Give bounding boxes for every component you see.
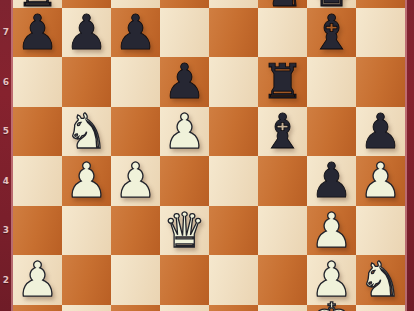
square-a3[interactable]: [13, 206, 62, 256]
piece-white-pawn-c4[interactable]: ♟: [114, 156, 157, 205]
square-a1[interactable]: [13, 305, 62, 311]
square-c3[interactable]: [111, 206, 160, 256]
square-c4[interactable]: ♟: [111, 156, 160, 206]
rank-label-7: 7: [0, 27, 12, 37]
square-f1[interactable]: [258, 305, 307, 311]
square-g6[interactable]: [307, 57, 356, 107]
piece-white-pawn-h4[interactable]: ♟: [359, 156, 402, 205]
square-b7[interactable]: ♟: [62, 8, 111, 58]
square-b5[interactable]: ♞: [62, 107, 111, 157]
rank-label-6: 6: [0, 77, 12, 87]
rank-label-2: 2: [0, 275, 12, 285]
piece-white-queen-d3[interactable]: ♛: [163, 206, 206, 255]
square-a2[interactable]: ♟: [13, 255, 62, 305]
square-f6[interactable]: ♜: [258, 57, 307, 107]
square-e7[interactable]: [209, 8, 258, 58]
square-f3[interactable]: [258, 206, 307, 256]
square-f8[interactable]: ♞: [258, 0, 307, 8]
square-e4[interactable]: [209, 156, 258, 206]
board-frame-right: [405, 0, 414, 311]
square-a7[interactable]: ♟: [13, 8, 62, 58]
square-d1[interactable]: [160, 305, 209, 311]
square-a6[interactable]: [13, 57, 62, 107]
square-c5[interactable]: [111, 107, 160, 157]
square-h8[interactable]: [356, 0, 405, 8]
piece-white-pawn-a2[interactable]: ♟: [16, 255, 59, 304]
square-a5[interactable]: [13, 107, 62, 157]
square-c6[interactable]: [111, 57, 160, 107]
square-f2[interactable]: [258, 255, 307, 305]
square-b3[interactable]: [62, 206, 111, 256]
square-d7[interactable]: [160, 8, 209, 58]
board-clip-area: ♜♞♚♟♟♟♝♟♜♞♟♝♟♟♟♟♟♛♟♟♟♞♚: [13, 0, 405, 311]
square-g1[interactable]: ♚: [307, 305, 356, 311]
square-d6[interactable]: ♟: [160, 57, 209, 107]
square-e3[interactable]: [209, 206, 258, 256]
piece-white-king-g1[interactable]: ♚: [310, 296, 353, 311]
piece-white-knight-b5[interactable]: ♞: [65, 107, 108, 156]
square-d2[interactable]: [160, 255, 209, 305]
square-b4[interactable]: ♟: [62, 156, 111, 206]
board-frame-left: [0, 0, 13, 311]
square-f7[interactable]: [258, 8, 307, 58]
square-e2[interactable]: [209, 255, 258, 305]
piece-black-pawn-c7[interactable]: ♟: [114, 8, 157, 57]
square-h2[interactable]: ♞: [356, 255, 405, 305]
square-f5[interactable]: ♝: [258, 107, 307, 157]
square-e5[interactable]: [209, 107, 258, 157]
square-d5[interactable]: ♟: [160, 107, 209, 157]
square-d8[interactable]: [160, 0, 209, 8]
piece-black-bishop-f5[interactable]: ♝: [261, 107, 304, 156]
square-g5[interactable]: [307, 107, 356, 157]
square-h1[interactable]: [356, 305, 405, 311]
square-h5[interactable]: ♟: [356, 107, 405, 157]
square-a4[interactable]: [13, 156, 62, 206]
rank-label-5: 5: [0, 126, 12, 136]
rank-label-4: 4: [0, 176, 12, 186]
square-b2[interactable]: [62, 255, 111, 305]
square-h4[interactable]: ♟: [356, 156, 405, 206]
piece-black-pawn-g4[interactable]: ♟: [310, 156, 353, 205]
piece-black-rook-f6[interactable]: ♜: [261, 57, 304, 106]
square-c2[interactable]: [111, 255, 160, 305]
chess-board-window: ♜♞♚♟♟♟♝♟♜♞♟♝♟♟♟♟♟♛♟♟♟♞♚ 765432: [0, 0, 414, 311]
piece-white-pawn-d5[interactable]: ♟: [163, 107, 206, 156]
piece-black-pawn-a7[interactable]: ♟: [16, 8, 59, 57]
square-e8[interactable]: [209, 0, 258, 8]
piece-white-pawn-g3[interactable]: ♟: [310, 206, 353, 255]
square-h3[interactable]: [356, 206, 405, 256]
square-b6[interactable]: [62, 57, 111, 107]
square-e6[interactable]: [209, 57, 258, 107]
square-f4[interactable]: [258, 156, 307, 206]
rank-label-3: 3: [0, 225, 12, 235]
square-h7[interactable]: [356, 8, 405, 58]
piece-black-pawn-d6[interactable]: ♟: [163, 57, 206, 106]
piece-black-bishop-g7[interactable]: ♝: [310, 8, 353, 57]
square-c1[interactable]: [111, 305, 160, 311]
piece-black-pawn-h5[interactable]: ♟: [359, 107, 402, 156]
square-c7[interactable]: ♟: [111, 8, 160, 58]
piece-white-knight-h2[interactable]: ♞: [359, 255, 402, 304]
piece-white-pawn-b4[interactable]: ♟: [65, 156, 108, 205]
square-d4[interactable]: [160, 156, 209, 206]
square-g7[interactable]: ♝: [307, 8, 356, 58]
square-g3[interactable]: ♟: [307, 206, 356, 256]
chess-board: ♜♞♚♟♟♟♝♟♜♞♟♝♟♟♟♟♟♛♟♟♟♞♚: [13, 0, 405, 311]
square-e1[interactable]: [209, 305, 258, 311]
square-h6[interactable]: [356, 57, 405, 107]
square-b1[interactable]: [62, 305, 111, 311]
piece-black-pawn-b7[interactable]: ♟: [65, 8, 108, 57]
square-g4[interactable]: ♟: [307, 156, 356, 206]
square-d3[interactable]: ♛: [160, 206, 209, 256]
